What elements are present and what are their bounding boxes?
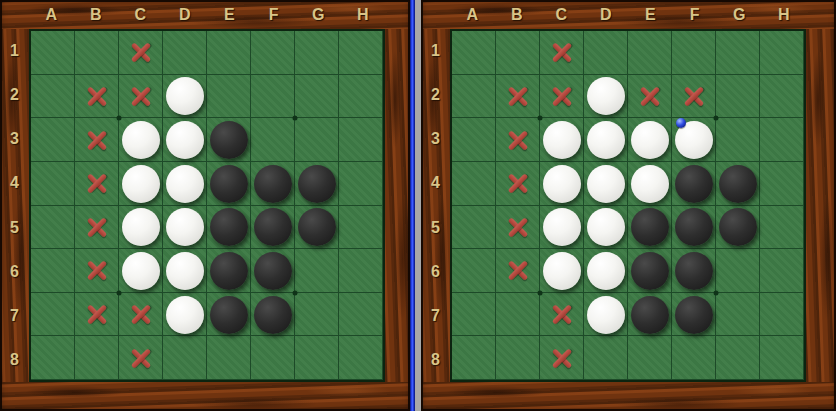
left-cell-h6[interactable] — [339, 249, 383, 293]
left-cell-d6[interactable] — [163, 249, 207, 293]
right-cell-a7[interactable] — [452, 293, 496, 337]
left-cell-c2[interactable] — [119, 75, 163, 119]
right-cell-g5[interactable] — [716, 206, 760, 250]
right-cell-f2[interactable] — [672, 75, 716, 119]
left-cell-g5[interactable] — [295, 206, 339, 250]
row-label-7: 7 — [0, 294, 29, 338]
right-cell-d5[interactable] — [584, 206, 628, 250]
black-disc — [719, 208, 757, 246]
legal-move-x-mark — [551, 42, 573, 64]
board-grid — [452, 31, 804, 380]
black-disc — [254, 296, 292, 334]
white-disc — [587, 165, 625, 203]
board-star-dot — [117, 116, 122, 121]
black-disc — [254, 165, 292, 203]
col-label-f: F — [252, 0, 297, 29]
right-cell-g2[interactable] — [716, 75, 760, 119]
right-cell-g6[interactable] — [716, 249, 760, 293]
black-disc — [210, 165, 248, 203]
white-disc — [166, 296, 204, 334]
left-cell-h5[interactable] — [339, 206, 383, 250]
left-cell-b4[interactable] — [75, 162, 119, 206]
playing-field — [450, 29, 806, 382]
left-cell-f8[interactable] — [251, 336, 295, 380]
right-cell-h8[interactable] — [760, 336, 804, 380]
left-cell-a7[interactable] — [31, 293, 75, 337]
legal-move-x-mark — [130, 85, 152, 107]
right-cell-a8[interactable] — [452, 336, 496, 380]
left-cell-b1[interactable] — [75, 31, 119, 75]
left-cell-f7[interactable] — [251, 293, 295, 337]
left-cell-d1[interactable] — [163, 31, 207, 75]
right-cell-f4[interactable] — [672, 162, 716, 206]
white-disc — [543, 121, 581, 159]
white-disc — [543, 208, 581, 246]
black-disc — [210, 208, 248, 246]
board-star-dot — [714, 290, 719, 295]
black-disc — [254, 208, 292, 246]
right-cell-b8[interactable] — [496, 336, 540, 380]
left-cell-g6[interactable] — [295, 249, 339, 293]
left-cell-d2[interactable] — [163, 75, 207, 119]
col-label-c: C — [539, 0, 584, 29]
col-label-b: B — [74, 0, 119, 29]
left-cell-f5[interactable] — [251, 206, 295, 250]
legal-move-x-mark — [507, 260, 529, 282]
right-cell-e3[interactable] — [628, 118, 672, 162]
right-cell-d3[interactable] — [584, 118, 628, 162]
legal-move-x-mark — [507, 129, 529, 151]
white-disc — [587, 252, 625, 290]
right-cell-h1[interactable] — [760, 31, 804, 75]
othello-board-window-right: ABCDEFGH 12345678 — [421, 0, 836, 411]
right-cell-f1[interactable] — [672, 31, 716, 75]
left-cell-c7[interactable] — [119, 293, 163, 337]
right-cell-f3[interactable] — [672, 118, 716, 162]
right-cell-a1[interactable] — [452, 31, 496, 75]
legal-move-x-mark — [507, 173, 529, 195]
right-cell-c7[interactable] — [540, 293, 584, 337]
right-cell-g8[interactable] — [716, 336, 760, 380]
left-cell-f4[interactable] — [251, 162, 295, 206]
wood-frame-bottom — [421, 382, 836, 411]
black-disc — [298, 165, 336, 203]
right-cell-a3[interactable] — [452, 118, 496, 162]
right-cell-b5[interactable] — [496, 206, 540, 250]
left-cell-e4[interactable] — [207, 162, 251, 206]
right-cell-c1[interactable] — [540, 31, 584, 75]
black-disc — [254, 252, 292, 290]
right-cell-e2[interactable] — [628, 75, 672, 119]
black-disc — [210, 252, 248, 290]
right-cell-d2[interactable] — [584, 75, 628, 119]
left-cell-e8[interactable] — [207, 336, 251, 380]
left-cell-b3[interactable] — [75, 118, 119, 162]
right-cell-h7[interactable] — [760, 293, 804, 337]
left-cell-c8[interactable] — [119, 336, 163, 380]
white-disc — [166, 252, 204, 290]
left-cell-f1[interactable] — [251, 31, 295, 75]
row-label-1: 1 — [421, 29, 450, 73]
row-label-8: 8 — [421, 338, 450, 382]
col-label-g: G — [296, 0, 341, 29]
legal-move-x-mark — [639, 85, 661, 107]
row-label-3: 3 — [421, 117, 450, 161]
right-cell-d8[interactable] — [584, 336, 628, 380]
column-labels: ABCDEFGH — [29, 0, 385, 29]
col-label-e: E — [628, 0, 673, 29]
board-star-dot — [293, 116, 298, 121]
left-cell-a4[interactable] — [31, 162, 75, 206]
black-disc — [631, 208, 669, 246]
white-disc — [166, 208, 204, 246]
right-cell-b3[interactable] — [496, 118, 540, 162]
left-cell-d8[interactable] — [163, 336, 207, 380]
white-disc — [543, 165, 581, 203]
left-cell-a8[interactable] — [31, 336, 75, 380]
board-star-dot — [117, 290, 122, 295]
row-label-3: 3 — [0, 117, 29, 161]
right-cell-d7[interactable] — [584, 293, 628, 337]
left-cell-e6[interactable] — [207, 249, 251, 293]
left-cell-a1[interactable] — [31, 31, 75, 75]
white-disc — [122, 165, 160, 203]
black-disc — [675, 296, 713, 334]
left-cell-d4[interactable] — [163, 162, 207, 206]
white-disc — [587, 296, 625, 334]
row-label-5: 5 — [0, 206, 29, 250]
black-disc — [631, 296, 669, 334]
wood-frame-bottom — [0, 382, 410, 411]
right-cell-c8[interactable] — [540, 336, 584, 380]
board-star-dot — [538, 290, 543, 295]
row-label-4: 4 — [0, 161, 29, 205]
right-cell-f8[interactable] — [672, 336, 716, 380]
white-disc — [543, 252, 581, 290]
left-cell-g8[interactable] — [295, 336, 339, 380]
right-cell-e4[interactable] — [628, 162, 672, 206]
right-cell-c5[interactable] — [540, 206, 584, 250]
right-cell-e1[interactable] — [628, 31, 672, 75]
right-cell-h6[interactable] — [760, 249, 804, 293]
col-label-d: D — [163, 0, 208, 29]
right-cell-f6[interactable] — [672, 249, 716, 293]
wood-frame-right — [806, 29, 836, 382]
legal-move-x-mark — [86, 304, 108, 326]
row-label-7: 7 — [421, 294, 450, 338]
left-cell-c5[interactable] — [119, 206, 163, 250]
left-cell-h2[interactable] — [339, 75, 383, 119]
legal-move-x-mark — [551, 347, 573, 369]
left-cell-d3[interactable] — [163, 118, 207, 162]
right-cell-f7[interactable] — [672, 293, 716, 337]
black-disc — [675, 208, 713, 246]
row-label-6: 6 — [421, 250, 450, 294]
board-star-dot — [714, 116, 719, 121]
legal-move-x-mark — [683, 85, 705, 107]
right-cell-d1[interactable] — [584, 31, 628, 75]
right-cell-c2[interactable] — [540, 75, 584, 119]
left-cell-e7[interactable] — [207, 293, 251, 337]
white-disc — [631, 165, 669, 203]
col-label-h: H — [341, 0, 386, 29]
left-cell-g1[interactable] — [295, 31, 339, 75]
left-cell-d5[interactable] — [163, 206, 207, 250]
right-cell-a4[interactable] — [452, 162, 496, 206]
row-label-8: 8 — [0, 338, 29, 382]
right-cell-b7[interactable] — [496, 293, 540, 337]
left-cell-c4[interactable] — [119, 162, 163, 206]
right-cell-a2[interactable] — [452, 75, 496, 119]
white-disc — [166, 121, 204, 159]
legal-move-x-mark — [86, 85, 108, 107]
right-cell-h4[interactable] — [760, 162, 804, 206]
left-cell-d7[interactable] — [163, 293, 207, 337]
left-cell-h3[interactable] — [339, 118, 383, 162]
left-cell-b2[interactable] — [75, 75, 119, 119]
legal-move-x-mark — [507, 85, 529, 107]
left-cell-h7[interactable] — [339, 293, 383, 337]
col-label-f: F — [673, 0, 718, 29]
right-cell-e6[interactable] — [628, 249, 672, 293]
legal-move-x-mark — [130, 42, 152, 64]
left-cell-e3[interactable] — [207, 118, 251, 162]
white-disc — [587, 77, 625, 115]
row-label-2: 2 — [421, 73, 450, 117]
playing-field — [29, 29, 385, 382]
left-cell-f2[interactable] — [251, 75, 295, 119]
col-label-d: D — [584, 0, 629, 29]
right-cell-g1[interactable] — [716, 31, 760, 75]
col-label-h: H — [762, 0, 807, 29]
col-label-a: A — [450, 0, 495, 29]
right-cell-g4[interactable] — [716, 162, 760, 206]
left-cell-f3[interactable] — [251, 118, 295, 162]
white-disc — [587, 208, 625, 246]
black-disc — [675, 252, 713, 290]
right-cell-e5[interactable] — [628, 206, 672, 250]
right-cell-b6[interactable] — [496, 249, 540, 293]
othello-board-window-left: ABCDEFGH 12345678 — [0, 0, 410, 411]
white-disc — [122, 252, 160, 290]
col-label-e: E — [207, 0, 252, 29]
right-cell-h2[interactable] — [760, 75, 804, 119]
board-star-dot — [538, 116, 543, 121]
left-cell-e1[interactable] — [207, 31, 251, 75]
legal-move-x-mark — [86, 260, 108, 282]
left-cell-c3[interactable] — [119, 118, 163, 162]
row-labels: 12345678 — [0, 29, 29, 382]
black-disc — [210, 121, 248, 159]
right-cell-a6[interactable] — [452, 249, 496, 293]
legal-move-x-mark — [551, 304, 573, 326]
right-cell-h3[interactable] — [760, 118, 804, 162]
white-disc — [587, 121, 625, 159]
legal-move-x-mark — [86, 216, 108, 238]
black-disc — [298, 208, 336, 246]
left-cell-a3[interactable] — [31, 118, 75, 162]
left-cell-c1[interactable] — [119, 31, 163, 75]
left-cell-c6[interactable] — [119, 249, 163, 293]
right-cell-b1[interactable] — [496, 31, 540, 75]
wood-frame-right — [385, 29, 410, 382]
right-cell-b2[interactable] — [496, 75, 540, 119]
white-disc — [166, 77, 204, 115]
right-cell-c4[interactable] — [540, 162, 584, 206]
legal-move-x-mark — [130, 304, 152, 326]
row-label-5: 5 — [421, 206, 450, 250]
right-cell-h5[interactable] — [760, 206, 804, 250]
row-label-4: 4 — [421, 161, 450, 205]
column-labels: ABCDEFGH — [450, 0, 806, 29]
left-cell-b5[interactable] — [75, 206, 119, 250]
right-cell-d4[interactable] — [584, 162, 628, 206]
white-disc — [631, 121, 669, 159]
left-cell-a5[interactable] — [31, 206, 75, 250]
left-cell-f6[interactable] — [251, 249, 295, 293]
board-star-dot — [293, 290, 298, 295]
row-label-6: 6 — [0, 250, 29, 294]
left-cell-g2[interactable] — [295, 75, 339, 119]
left-cell-a6[interactable] — [31, 249, 75, 293]
legal-move-x-mark — [86, 129, 108, 151]
left-cell-b8[interactable] — [75, 336, 119, 380]
white-disc — [122, 121, 160, 159]
left-cell-h4[interactable] — [339, 162, 383, 206]
left-cell-g4[interactable] — [295, 162, 339, 206]
left-cell-g3[interactable] — [295, 118, 339, 162]
row-labels: 12345678 — [421, 29, 450, 382]
left-cell-b7[interactable] — [75, 293, 119, 337]
legal-move-x-mark — [86, 173, 108, 195]
legal-move-x-mark — [551, 85, 573, 107]
white-disc — [166, 165, 204, 203]
left-cell-h8[interactable] — [339, 336, 383, 380]
legal-move-x-mark — [130, 347, 152, 369]
board-grid — [31, 31, 383, 380]
col-label-b: B — [495, 0, 540, 29]
row-label-1: 1 — [0, 29, 29, 73]
right-cell-e8[interactable] — [628, 336, 672, 380]
right-cell-b4[interactable] — [496, 162, 540, 206]
left-cell-a2[interactable] — [31, 75, 75, 119]
left-cell-g7[interactable] — [295, 293, 339, 337]
right-cell-a5[interactable] — [452, 206, 496, 250]
left-cell-b6[interactable] — [75, 249, 119, 293]
row-label-2: 2 — [0, 73, 29, 117]
white-disc — [122, 208, 160, 246]
left-cell-h1[interactable] — [339, 31, 383, 75]
right-cell-e7[interactable] — [628, 293, 672, 337]
black-disc — [210, 296, 248, 334]
right-cell-g3[interactable] — [716, 118, 760, 162]
right-cell-f5[interactable] — [672, 206, 716, 250]
col-label-g: G — [717, 0, 762, 29]
left-cell-e2[interactable] — [207, 75, 251, 119]
black-disc — [719, 165, 757, 203]
col-label-c: C — [118, 0, 163, 29]
right-cell-c6[interactable] — [540, 249, 584, 293]
black-disc — [631, 252, 669, 290]
right-cell-g7[interactable] — [716, 293, 760, 337]
othello-app-screen: ABCDEFGH 12345678 ABCDEFGH 12345678 — [0, 0, 836, 411]
right-cell-d6[interactable] — [584, 249, 628, 293]
legal-move-x-mark — [507, 216, 529, 238]
col-label-a: A — [29, 0, 74, 29]
right-cell-c3[interactable] — [540, 118, 584, 162]
black-disc — [675, 165, 713, 203]
left-cell-e5[interactable] — [207, 206, 251, 250]
